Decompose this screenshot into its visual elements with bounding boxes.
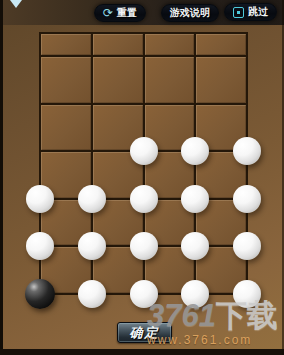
white-stone[interactable] bbox=[130, 185, 158, 213]
board-cell bbox=[196, 57, 246, 103]
skip-button[interactable]: 跳过 bbox=[224, 3, 277, 21]
white-stone[interactable] bbox=[130, 232, 158, 260]
confirm-button[interactable]: 确定 bbox=[117, 322, 172, 343]
white-stone[interactable] bbox=[233, 185, 261, 213]
bottom-edge bbox=[0, 349, 284, 355]
white-stone[interactable] bbox=[181, 137, 209, 165]
white-stone[interactable] bbox=[78, 280, 106, 308]
white-stone[interactable] bbox=[130, 137, 158, 165]
game-screen: ⟳ 重置 游戏说明 跳过 确定 3761下载 www.3761.com bbox=[0, 0, 284, 355]
board-cell bbox=[145, 57, 195, 103]
white-stone[interactable] bbox=[26, 232, 54, 260]
white-stone[interactable] bbox=[26, 185, 54, 213]
white-stone[interactable] bbox=[233, 232, 261, 260]
arrow-tip-icon bbox=[10, 0, 22, 8]
reset-button-label: 重置 bbox=[117, 6, 137, 20]
board-cell bbox=[41, 105, 91, 151]
instructions-button[interactable]: 游戏说明 bbox=[161, 4, 219, 22]
board-cell bbox=[145, 34, 195, 55]
board-cell bbox=[196, 34, 246, 55]
white-stone[interactable] bbox=[181, 232, 209, 260]
board-cell bbox=[93, 34, 143, 55]
black-stone[interactable] bbox=[25, 279, 55, 309]
confirm-button-label: 确定 bbox=[130, 324, 160, 342]
white-stone[interactable] bbox=[233, 280, 261, 308]
left-edge bbox=[0, 0, 3, 355]
right-edge bbox=[282, 0, 284, 355]
skip-button-label: 跳过 bbox=[248, 5, 268, 19]
white-stone[interactable] bbox=[78, 185, 106, 213]
board-cell bbox=[41, 57, 91, 103]
white-stone[interactable] bbox=[233, 137, 261, 165]
board-cell bbox=[93, 57, 143, 103]
white-stone[interactable] bbox=[78, 232, 106, 260]
board-cell bbox=[41, 34, 91, 55]
white-stone[interactable] bbox=[181, 280, 209, 308]
reset-button[interactable]: ⟳ 重置 bbox=[94, 4, 146, 22]
white-stone[interactable] bbox=[130, 280, 158, 308]
white-stone[interactable] bbox=[181, 185, 209, 213]
instructions-button-label: 游戏说明 bbox=[170, 6, 210, 20]
refresh-icon: ⟳ bbox=[103, 7, 113, 19]
film-skip-icon bbox=[233, 7, 244, 18]
